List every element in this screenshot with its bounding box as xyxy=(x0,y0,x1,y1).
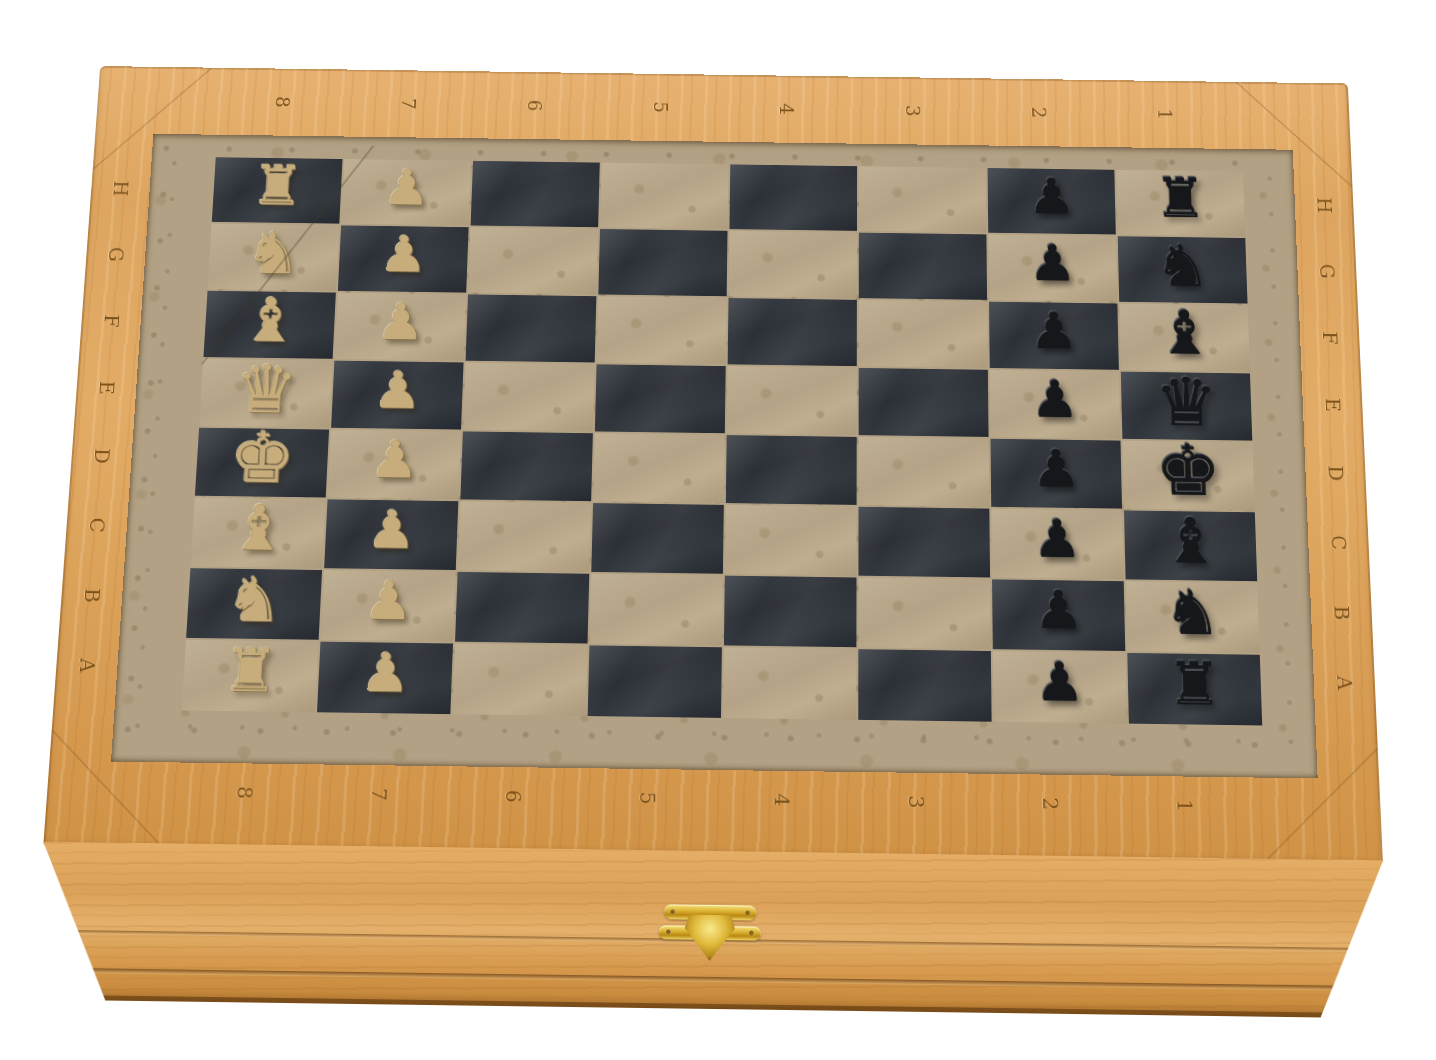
square-e3[interactable] xyxy=(859,368,989,437)
white-pawn[interactable]: ♟ xyxy=(366,504,417,557)
square-h8[interactable]: ♜ xyxy=(212,157,343,223)
file-label-c: C xyxy=(1301,520,1375,564)
brass-latch[interactable] xyxy=(654,904,765,976)
square-c5[interactable] xyxy=(591,503,724,574)
stone-inlay: ♜♟♟♜♞♟♟♞♝♟♟♝♛♟♟♛♚♟♟♚♝♟♟♝♞♟♟♞♜♟♟♜ xyxy=(111,134,1318,779)
black-pawn[interactable]: ♟ xyxy=(1033,584,1083,637)
file-label-f: F xyxy=(74,300,148,342)
square-f4[interactable] xyxy=(728,298,857,366)
square-a4[interactable] xyxy=(723,647,856,720)
square-g5[interactable] xyxy=(598,229,727,296)
board-top-face: 87654321 87654321 HGFEDCBA HGFEDCBA ♜♟♟♜… xyxy=(43,66,1383,865)
white-pawn[interactable]: ♟ xyxy=(382,163,431,213)
square-e6[interactable] xyxy=(463,362,595,431)
white-pawn[interactable]: ♟ xyxy=(363,574,414,627)
white-rook[interactable]: ♜ xyxy=(250,159,305,214)
file-label-e: E xyxy=(69,367,144,410)
square-a5[interactable] xyxy=(588,645,722,718)
black-pawn[interactable]: ♟ xyxy=(1034,655,1084,709)
square-e4[interactable] xyxy=(727,366,857,435)
square-h2[interactable]: ♟ xyxy=(988,168,1116,234)
white-knight[interactable]: ♞ xyxy=(245,224,303,282)
black-pawn[interactable]: ♟ xyxy=(1031,443,1080,495)
white-bishop[interactable]: ♝ xyxy=(228,497,290,560)
square-a8[interactable]: ♜ xyxy=(182,640,319,712)
square-b6[interactable] xyxy=(455,572,589,644)
black-rook[interactable]: ♜ xyxy=(1166,654,1222,714)
black-knight[interactable]: ♞ xyxy=(1163,581,1222,643)
file-label-a: A xyxy=(1307,661,1382,706)
file-label-a: A xyxy=(49,643,126,688)
base-seam xyxy=(41,995,1381,1019)
white-king[interactable]: ♚ xyxy=(228,423,298,494)
file-label-e: E xyxy=(1296,384,1369,427)
white-pawn[interactable]: ♟ xyxy=(372,365,422,416)
file-label-c: C xyxy=(59,503,135,547)
square-d4[interactable] xyxy=(726,435,857,505)
square-h6[interactable] xyxy=(471,161,600,227)
square-f8[interactable]: ♝ xyxy=(203,291,335,359)
square-a7[interactable]: ♟ xyxy=(317,642,453,714)
chess-box: 87654321 87654321 HGFEDCBA HGFEDCBA ♜♟♟♜… xyxy=(41,0,1395,1018)
black-rook[interactable]: ♜ xyxy=(1153,171,1207,226)
white-pawn[interactable]: ♟ xyxy=(359,646,411,700)
latch-screw xyxy=(749,930,754,935)
box-front-panel xyxy=(41,842,1383,1019)
square-b4[interactable] xyxy=(724,576,857,648)
square-d8[interactable]: ♚ xyxy=(195,428,329,498)
file-label-b: B xyxy=(54,573,130,617)
white-queen[interactable]: ♛ xyxy=(233,355,299,422)
file-label-d: D xyxy=(64,434,139,477)
chess-box-photo: 87654321 87654321 HGFEDCBA HGFEDCBA ♜♟♟♜… xyxy=(0,0,1436,1060)
square-h1[interactable]: ♜ xyxy=(1116,170,1245,236)
square-d2[interactable]: ♟ xyxy=(991,439,1123,509)
square-c7[interactable]: ♟ xyxy=(324,499,458,570)
latch-screw xyxy=(745,910,750,915)
square-g1[interactable]: ♞ xyxy=(1118,236,1248,303)
square-c6[interactable] xyxy=(458,501,591,572)
black-pawn[interactable]: ♟ xyxy=(1030,374,1079,425)
square-h4[interactable] xyxy=(729,164,857,230)
square-c4[interactable] xyxy=(725,505,857,576)
square-a6[interactable] xyxy=(452,644,587,716)
square-g4[interactable] xyxy=(729,231,857,298)
chess-board-grid: ♜♟♟♜♞♟♟♞♝♟♟♝♛♟♟♛♚♟♟♚♝♟♟♝♞♟♟♞♜♟♟♜ xyxy=(182,157,1263,725)
file-label-b: B xyxy=(1304,590,1379,634)
square-b1[interactable]: ♞ xyxy=(1126,581,1260,653)
black-pawn[interactable]: ♟ xyxy=(1028,239,1076,289)
square-f6[interactable] xyxy=(466,294,597,362)
square-d7[interactable]: ♟ xyxy=(328,430,461,500)
file-label-f: F xyxy=(1293,317,1366,359)
square-d5[interactable] xyxy=(593,433,725,503)
square-g3[interactable] xyxy=(859,233,987,300)
square-f7[interactable]: ♟ xyxy=(334,293,466,361)
black-queen[interactable]: ♛ xyxy=(1154,368,1219,435)
square-h7[interactable]: ♟ xyxy=(341,159,471,225)
square-b8[interactable]: ♞ xyxy=(186,568,322,640)
square-h3[interactable] xyxy=(859,166,987,232)
square-d3[interactable] xyxy=(859,437,990,507)
square-d1[interactable]: ♚ xyxy=(1122,441,1254,511)
white-rook[interactable]: ♜ xyxy=(222,641,280,701)
square-f5[interactable] xyxy=(597,296,727,364)
square-b3[interactable] xyxy=(858,578,990,650)
black-pawn[interactable]: ♟ xyxy=(1029,306,1078,357)
square-b5[interactable] xyxy=(589,574,722,646)
square-g8[interactable]: ♞ xyxy=(208,224,340,291)
rank-labels-bottom: 87654321 xyxy=(175,772,1251,826)
square-b2[interactable]: ♟ xyxy=(992,579,1125,651)
square-f3[interactable] xyxy=(859,300,988,368)
square-f1[interactable]: ♝ xyxy=(1119,304,1250,372)
square-c8[interactable]: ♝ xyxy=(191,498,326,569)
square-g7[interactable]: ♟ xyxy=(338,225,469,292)
square-g2[interactable]: ♟ xyxy=(988,234,1117,301)
black-bishop[interactable]: ♝ xyxy=(1155,303,1214,364)
square-c2[interactable]: ♟ xyxy=(991,509,1123,580)
white-bishop[interactable]: ♝ xyxy=(240,290,301,351)
square-d6[interactable] xyxy=(460,431,593,501)
file-label-g: G xyxy=(79,233,153,275)
black-bishop[interactable]: ♝ xyxy=(1160,510,1220,573)
latch-screw xyxy=(670,909,675,914)
rank-labels-top: 87654321 xyxy=(218,87,1228,130)
file-label-h: H xyxy=(84,168,157,209)
file-label-g: G xyxy=(1291,250,1364,292)
square-c1[interactable]: ♝ xyxy=(1124,510,1257,581)
white-pawn[interactable]: ♟ xyxy=(376,297,426,348)
square-f2[interactable]: ♟ xyxy=(989,302,1119,370)
white-pawn[interactable]: ♟ xyxy=(369,434,420,486)
square-h5[interactable] xyxy=(600,163,728,229)
file-label-h: H xyxy=(1288,185,1360,226)
square-e7[interactable]: ♟ xyxy=(331,361,463,430)
square-c3[interactable] xyxy=(858,507,990,578)
square-a2[interactable]: ♟ xyxy=(993,651,1127,724)
file-label-d: D xyxy=(1299,452,1373,495)
black-king[interactable]: ♚ xyxy=(1154,436,1222,507)
white-pawn[interactable]: ♟ xyxy=(379,229,429,279)
black-pawn[interactable]: ♟ xyxy=(1027,172,1075,222)
black-pawn[interactable]: ♟ xyxy=(1032,513,1082,566)
white-knight[interactable]: ♞ xyxy=(224,568,284,630)
square-b7[interactable]: ♟ xyxy=(321,570,456,642)
square-e2[interactable]: ♟ xyxy=(990,370,1121,439)
square-a1[interactable]: ♜ xyxy=(1127,653,1262,726)
square-g6[interactable] xyxy=(468,227,598,294)
latch-screw xyxy=(666,929,671,934)
square-e5[interactable] xyxy=(595,364,726,433)
square-a3[interactable] xyxy=(858,649,991,722)
black-knight[interactable]: ♞ xyxy=(1154,236,1211,294)
